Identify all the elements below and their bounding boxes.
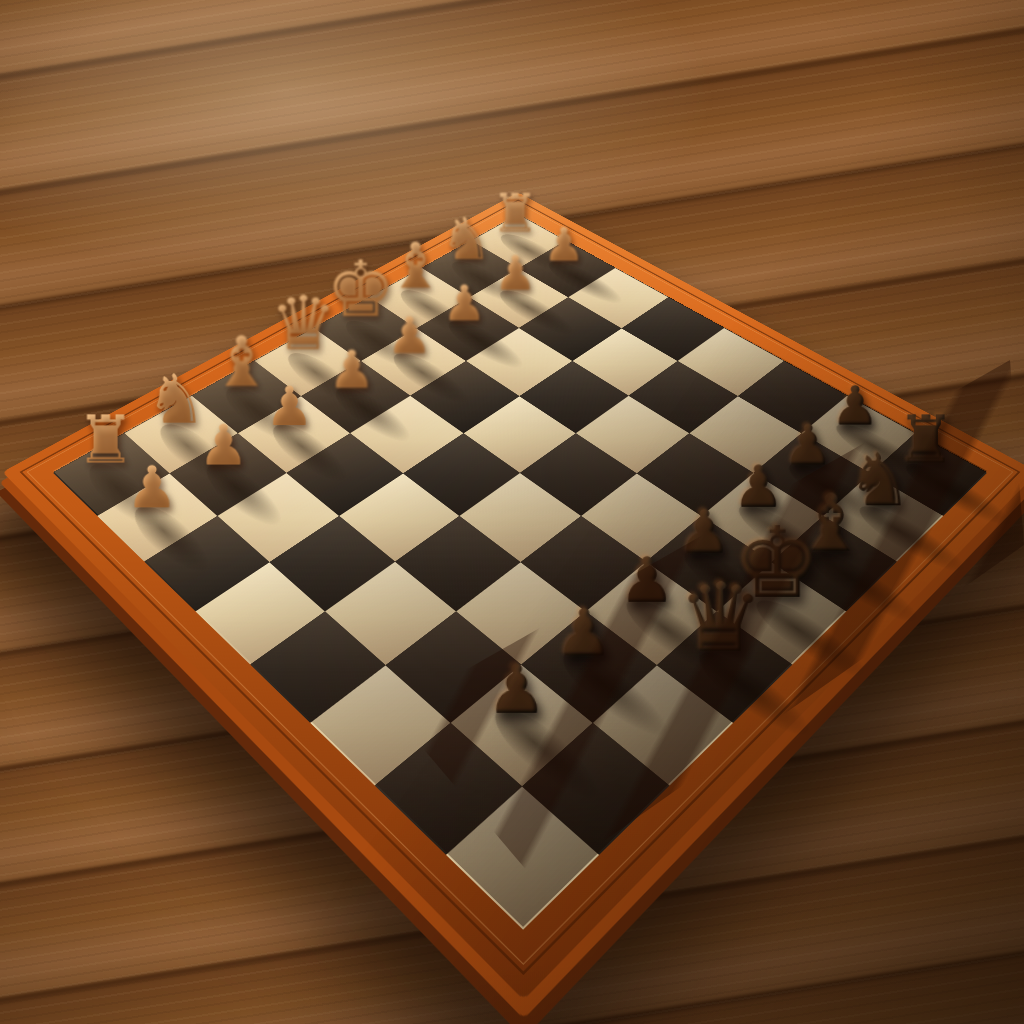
black-pawn-glyph: ♟ (432, 656, 602, 724)
board-3d-scene: ♜♞♟♝♟♚♟♛♟♝♟♞♟♟♜♟♜♟♟♞♟♝♟♚♟♛♟♟ (0, 0, 1024, 1024)
white-pawn-glyph: ♟ (79, 458, 225, 516)
scene: ♜♞♟♝♟♚♟♛♟♝♟♞♟♟♜♟♜♟♟♞♟♝♟♚♟♛♟♟ (0, 0, 1024, 1024)
chess-board[interactable]: ♜♞♟♝♟♚♟♛♟♝♟♞♟♟♜♟♜♟♟♞♟♝♟♚♟♛♟♟ (2, 192, 1024, 1000)
